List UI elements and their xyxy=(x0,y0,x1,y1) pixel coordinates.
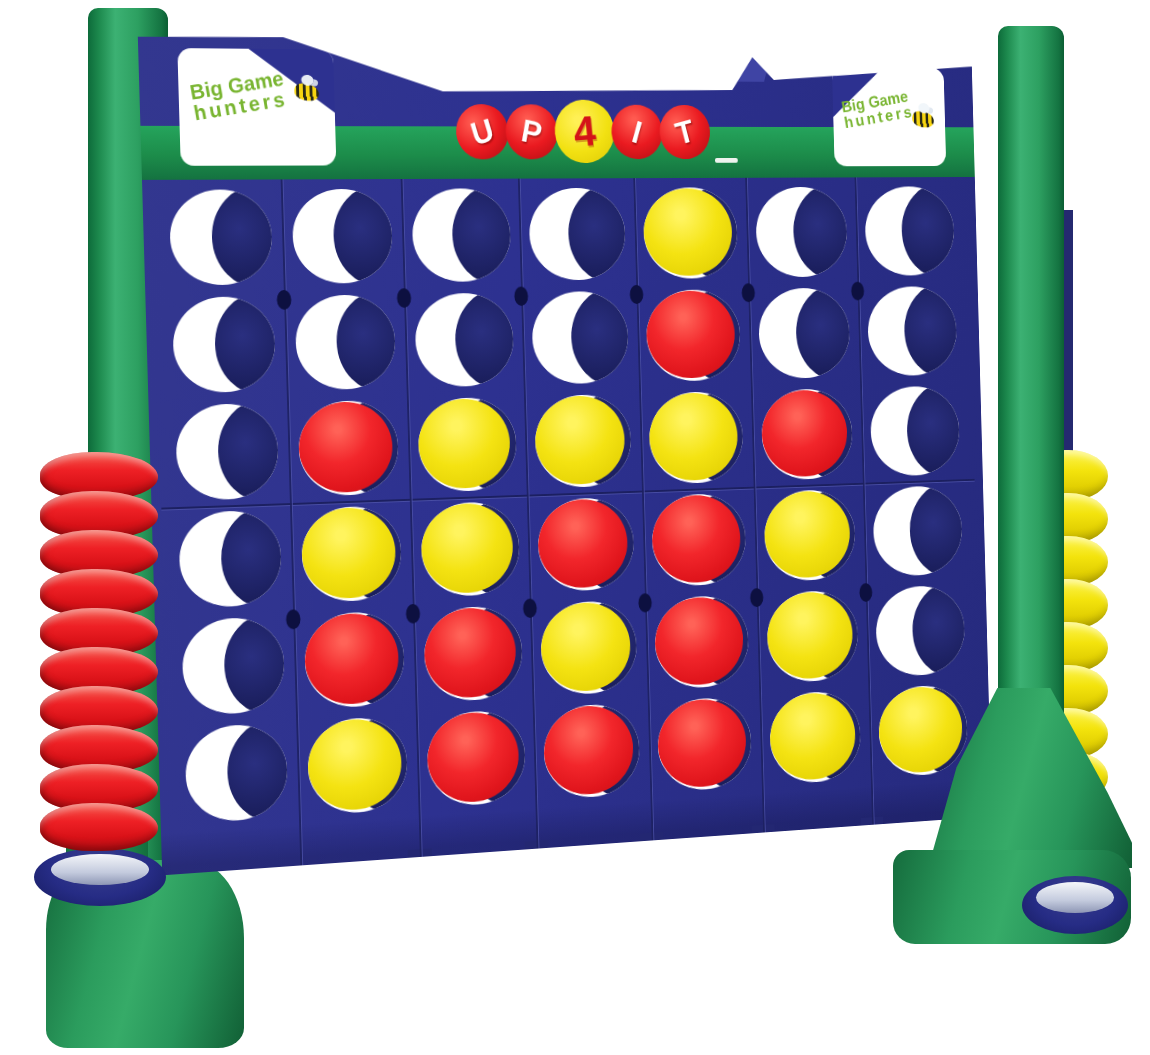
yellow-disc xyxy=(643,187,738,279)
yellow-disc xyxy=(417,397,517,493)
red-disc xyxy=(426,709,526,808)
disc-face xyxy=(540,601,632,694)
disc-face xyxy=(651,494,741,585)
red-disc xyxy=(760,388,853,481)
empty-hole xyxy=(755,187,848,278)
cell-r2-c3 xyxy=(404,287,524,394)
cell-r1-c2 xyxy=(281,183,404,290)
banner-dash xyxy=(715,158,738,163)
empty-hole xyxy=(531,291,629,385)
cell-r5-c2 xyxy=(293,604,416,716)
cell-r4-c1 xyxy=(167,503,293,615)
red-disc xyxy=(537,497,635,593)
yellow-disc xyxy=(648,391,743,485)
empty-hole xyxy=(872,485,963,577)
cell-r5-c4 xyxy=(530,593,647,702)
cell-r3-c4 xyxy=(524,388,641,495)
peg-dot xyxy=(397,288,412,308)
empty-hole xyxy=(169,189,274,285)
disc-face xyxy=(763,490,851,580)
empty-hole xyxy=(875,584,966,677)
cell-r6-c5 xyxy=(647,690,761,799)
red-disc xyxy=(423,605,523,703)
disc-face xyxy=(877,685,963,775)
cell-r2-c5 xyxy=(636,283,751,387)
logo-swoosh xyxy=(177,132,336,166)
cell-r3-c3 xyxy=(407,391,527,499)
title-letter-4: 4 xyxy=(552,98,617,165)
giant-connect-four-photo: Big Game hunters Big Game hunters UP4IT xyxy=(0,0,1150,1055)
peg-dot xyxy=(629,285,643,304)
cell-r6-c3 xyxy=(416,703,536,815)
cell-r5-c6 xyxy=(756,583,868,690)
cell-r4-c4 xyxy=(527,491,644,599)
yellow-disc xyxy=(307,715,409,815)
empty-hole xyxy=(411,188,511,282)
peg-dot xyxy=(277,290,292,310)
red-disc xyxy=(657,696,752,793)
yellow-disc xyxy=(763,489,856,583)
empty-hole xyxy=(175,403,280,501)
cell-r5-c1 xyxy=(170,610,296,723)
cell-r6-c4 xyxy=(533,696,650,806)
brand-logo-right: Big Game hunters xyxy=(832,67,946,166)
cell-r6-c6 xyxy=(759,684,871,792)
yellow-disc xyxy=(769,690,862,785)
cell-r5-c5 xyxy=(644,588,759,696)
disc-face xyxy=(423,606,517,700)
red-disc xyxy=(654,594,749,690)
red-disc xyxy=(651,493,746,588)
disc-face xyxy=(543,703,635,797)
cell-r6-c2 xyxy=(296,709,419,822)
peg-dot xyxy=(741,283,755,302)
empty-hole xyxy=(294,294,396,390)
cell-r4-c3 xyxy=(410,495,530,604)
yellow-disc xyxy=(540,599,637,696)
cell-r1-c7 xyxy=(855,181,965,282)
yellow-disc xyxy=(420,501,520,598)
cell-r4-c6 xyxy=(753,483,865,588)
disc-face xyxy=(420,502,514,595)
disc-face xyxy=(769,691,857,782)
disc-face xyxy=(654,595,744,687)
red-disc xyxy=(543,702,640,800)
empty-hole xyxy=(864,186,955,276)
disc-face xyxy=(657,697,747,790)
cell-r1-c3 xyxy=(401,182,521,288)
disc-face xyxy=(766,590,854,681)
cell-r2-c1 xyxy=(161,290,287,400)
empty-hole xyxy=(757,287,850,379)
disc-face xyxy=(534,395,626,486)
yellow-disc xyxy=(301,505,403,603)
cell-r3-c2 xyxy=(287,394,410,503)
peg-dot xyxy=(851,282,864,301)
cell-r2-c7 xyxy=(857,280,967,382)
disc-face xyxy=(649,392,739,482)
disc-face xyxy=(307,717,403,813)
cell-r3-c6 xyxy=(751,382,863,486)
empty-hole xyxy=(869,385,960,477)
empty-hole xyxy=(414,292,514,387)
disc-face xyxy=(298,401,394,494)
disc-face xyxy=(426,710,520,805)
cell-r3-c5 xyxy=(639,385,754,491)
cell-r1-c6 xyxy=(745,181,857,283)
empty-hole xyxy=(181,616,286,716)
right-tray-ring xyxy=(1022,876,1128,934)
disc-face xyxy=(304,611,400,706)
cell-r1-c5 xyxy=(633,182,748,285)
cell-r3-c7 xyxy=(860,380,970,483)
empty-hole xyxy=(178,509,283,608)
empty-hole xyxy=(184,722,289,823)
empty-hole xyxy=(867,286,958,377)
cell-r6-c1 xyxy=(173,716,299,831)
yellow-disc xyxy=(877,684,968,778)
red-disc-tray xyxy=(40,452,158,851)
red-disc xyxy=(304,610,406,709)
disc-face xyxy=(537,498,629,590)
disc-face xyxy=(760,389,848,478)
disc-face xyxy=(417,398,511,490)
cell-r2-c2 xyxy=(284,288,407,396)
left-tray-ring xyxy=(34,848,166,906)
cell-r4-c7 xyxy=(863,479,973,583)
cell-r1-c4 xyxy=(518,182,635,287)
cell-r5-c7 xyxy=(865,578,974,683)
disc-face xyxy=(643,188,733,276)
up4it-logo: UP4IT xyxy=(457,99,709,163)
empty-hole xyxy=(291,189,393,284)
red-disc xyxy=(646,289,741,382)
board: Big Game hunters Big Game hunters UP4IT xyxy=(138,34,992,876)
cell-r5-c3 xyxy=(413,599,533,709)
cell-r2-c6 xyxy=(748,282,860,385)
brand-logo-left: Big Game hunters xyxy=(177,48,336,166)
cell-r4-c2 xyxy=(290,499,413,610)
top-notch-insert xyxy=(735,48,773,82)
cell-r1-c1 xyxy=(158,183,284,291)
title-letter-T: T xyxy=(654,99,716,164)
cell-r2-c4 xyxy=(521,285,638,391)
title-letter-P: P xyxy=(501,99,561,164)
empty-hole xyxy=(528,188,626,281)
empty-hole xyxy=(172,296,277,393)
cell-r3-c1 xyxy=(164,397,290,508)
red-disc xyxy=(297,400,399,497)
cell-r4-c5 xyxy=(642,487,757,594)
yellow-disc xyxy=(534,394,632,489)
disc-face xyxy=(301,506,397,600)
yellow-disc xyxy=(766,589,859,683)
peg-dot xyxy=(514,286,528,305)
logo-swoosh xyxy=(832,138,946,167)
red-spare-disc xyxy=(40,803,158,851)
disc-face xyxy=(646,290,736,379)
